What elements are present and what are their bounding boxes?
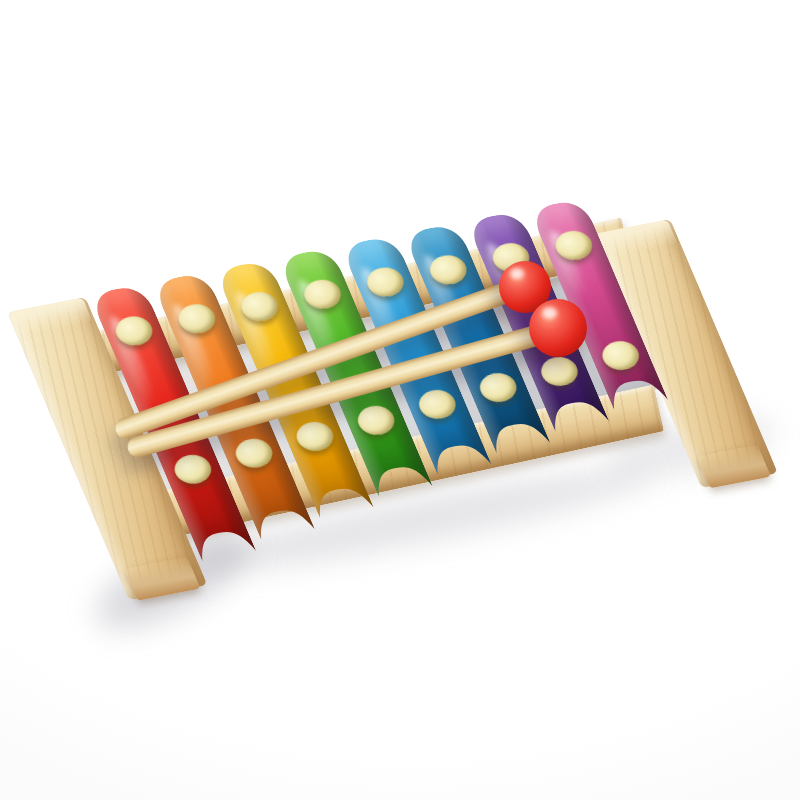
pin-icon [596,337,645,375]
pin-icon [549,226,598,264]
pin-icon [172,300,221,338]
pin-icon [109,312,158,350]
product-photo-scene: Overhead product photo of a children's w… [0,0,800,800]
pin-icon [168,450,217,488]
pin-icon [473,368,522,406]
pin-icon [229,434,278,472]
pin-icon [423,251,472,289]
mallet-head-lower [529,299,587,357]
pin-icon [298,275,347,313]
pin-icon [290,417,339,455]
pin-icon [413,385,462,423]
pin-icon [351,401,400,439]
pin-icon [361,263,410,301]
pin-icon [535,352,584,390]
pin-icon [235,287,284,325]
